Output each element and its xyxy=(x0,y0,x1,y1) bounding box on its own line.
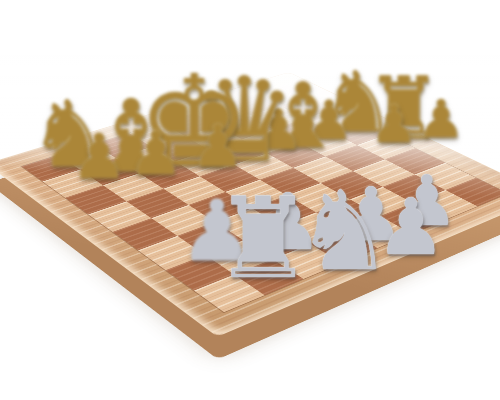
piece-silver-R-b1: ♜ xyxy=(213,182,313,294)
piece-brass-P-d7: ♟ xyxy=(192,117,244,175)
piece-brass-P-g7: ♟ xyxy=(371,98,418,150)
piece-brass-P-h7: ♟ xyxy=(418,93,465,145)
chess-set-photo: ♞♜♟♟♟♝♟♛♚♞♟♝♟♟♟♟♟♟♟♞♜ xyxy=(0,0,500,400)
pieces-layer: ♞♜♟♟♟♝♟♛♚♞♟♝♟♟♟♟♟♟♟♞♜ xyxy=(0,0,500,400)
piece-brass-P-c7: ♟ xyxy=(129,123,183,183)
piece-brass-P-b7: ♟ xyxy=(71,126,127,188)
